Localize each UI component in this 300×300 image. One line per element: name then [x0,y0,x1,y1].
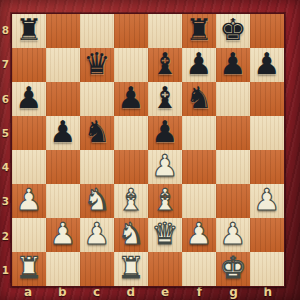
square-f8[interactable]: ♜ [182,14,216,48]
square-a8[interactable]: ♜ [12,14,46,48]
square-c4[interactable] [80,150,114,184]
square-f5[interactable] [182,116,216,150]
square-g4[interactable] [216,150,250,184]
square-c6[interactable] [80,82,114,116]
rank-label-4: 4 [0,150,11,184]
square-b1[interactable] [46,252,80,286]
square-h2[interactable] [250,218,284,252]
square-e4[interactable]: ♟ [148,150,182,184]
black-knight[interactable]: ♞ [84,115,111,149]
square-a5[interactable] [12,116,46,150]
square-h7[interactable]: ♟ [250,48,284,82]
square-d8[interactable] [114,14,148,48]
square-b3[interactable] [46,184,80,218]
square-g2[interactable]: ♟ [216,218,250,252]
black-pawn[interactable]: ♟ [254,47,281,81]
square-d7[interactable] [114,48,148,82]
white-bishop[interactable]: ♝ [118,183,145,217]
square-e1[interactable] [148,252,182,286]
black-bishop[interactable]: ♝ [152,47,179,81]
square-f4[interactable] [182,150,216,184]
white-queen[interactable]: ♛ [152,217,179,251]
square-f7[interactable]: ♟ [182,48,216,82]
square-d6[interactable]: ♟ [114,82,148,116]
square-c2[interactable]: ♟ [80,218,114,252]
square-c7[interactable]: ♛ [80,48,114,82]
square-h4[interactable] [250,150,284,184]
square-a1[interactable]: ♜ [12,252,46,286]
black-bishop[interactable]: ♝ [152,81,179,115]
black-rook[interactable]: ♜ [16,13,43,47]
black-pawn[interactable]: ♟ [16,81,43,115]
white-pawn[interactable]: ♟ [50,217,77,251]
white-pawn[interactable]: ♟ [186,217,213,251]
rank-label-3: 3 [0,184,11,218]
square-a7[interactable] [12,48,46,82]
square-g8[interactable]: ♚ [216,14,250,48]
white-bishop[interactable]: ♝ [152,183,179,217]
square-c5[interactable]: ♞ [80,116,114,150]
black-pawn[interactable]: ♟ [152,115,179,149]
square-b7[interactable] [46,48,80,82]
white-pawn[interactable]: ♟ [16,183,43,217]
square-h3[interactable]: ♟ [250,184,284,218]
square-c8[interactable] [80,14,114,48]
square-f6[interactable]: ♞ [182,82,216,116]
white-rook[interactable]: ♜ [16,251,43,285]
white-pawn[interactable]: ♟ [152,149,179,183]
square-c1[interactable] [80,252,114,286]
square-g6[interactable] [216,82,250,116]
rank-labels: 87654321 [0,13,11,287]
square-a6[interactable]: ♟ [12,82,46,116]
square-d5[interactable] [114,116,148,150]
square-h8[interactable] [250,14,284,48]
square-g3[interactable] [216,184,250,218]
square-e8[interactable] [148,14,182,48]
square-d3[interactable]: ♝ [114,184,148,218]
square-b5[interactable]: ♟ [46,116,80,150]
black-queen[interactable]: ♛ [84,47,111,81]
square-b6[interactable] [46,82,80,116]
chess-board-diagram: 87654321 abcdefgh ♜♜♚♛♝♟♟♟♟♟♝♞♟♞♟♟♟♞♝♝♟♟… [0,0,300,300]
chess-board: ♜♜♚♛♝♟♟♟♟♟♝♞♟♞♟♟♟♞♝♝♟♟♟♞♛♟♟♜♜♚ [11,13,285,287]
square-e3[interactable]: ♝ [148,184,182,218]
square-g1[interactable]: ♚ [216,252,250,286]
white-knight[interactable]: ♞ [84,183,111,217]
rank-label-5: 5 [0,116,11,150]
square-h1[interactable] [250,252,284,286]
white-pawn[interactable]: ♟ [220,217,247,251]
square-b2[interactable]: ♟ [46,218,80,252]
square-g7[interactable]: ♟ [216,48,250,82]
square-f2[interactable]: ♟ [182,218,216,252]
square-a3[interactable]: ♟ [12,184,46,218]
black-pawn[interactable]: ♟ [220,47,247,81]
black-pawn[interactable]: ♟ [118,81,145,115]
square-e5[interactable]: ♟ [148,116,182,150]
square-e2[interactable]: ♛ [148,218,182,252]
rank-label-1: 1 [0,253,11,287]
black-knight[interactable]: ♞ [186,81,213,115]
black-king[interactable]: ♚ [220,13,247,47]
white-rook[interactable]: ♜ [118,251,145,285]
white-knight[interactable]: ♞ [118,217,145,251]
square-d4[interactable] [114,150,148,184]
white-king[interactable]: ♚ [220,251,247,285]
black-pawn[interactable]: ♟ [186,47,213,81]
rank-label-8: 8 [0,13,11,47]
white-pawn[interactable]: ♟ [84,217,111,251]
square-f1[interactable] [182,252,216,286]
square-e6[interactable]: ♝ [148,82,182,116]
square-h6[interactable] [250,82,284,116]
square-a4[interactable] [12,150,46,184]
square-b8[interactable] [46,14,80,48]
square-d1[interactable]: ♜ [114,252,148,286]
square-b4[interactable] [46,150,80,184]
square-h5[interactable] [250,116,284,150]
square-c3[interactable]: ♞ [80,184,114,218]
black-rook[interactable]: ♜ [186,13,213,47]
square-e7[interactable]: ♝ [148,48,182,82]
black-pawn[interactable]: ♟ [50,115,77,149]
rank-label-2: 2 [0,219,11,253]
white-pawn[interactable]: ♟ [254,183,281,217]
rank-label-7: 7 [0,47,11,81]
square-a2[interactable] [12,218,46,252]
rank-label-6: 6 [0,82,11,116]
square-d2[interactable]: ♞ [114,218,148,252]
square-g5[interactable] [216,116,250,150]
square-f3[interactable] [182,184,216,218]
